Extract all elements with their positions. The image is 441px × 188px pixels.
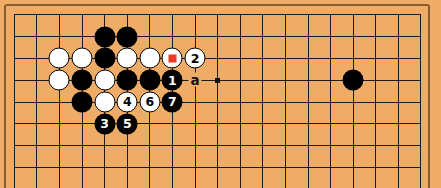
- board-cell: [139, 157, 162, 179]
- board-cell: [116, 178, 139, 188]
- white-stone: 2: [185, 48, 206, 69]
- board-cell: [26, 157, 49, 179]
- board-cell: [93, 48, 116, 70]
- board-cell: [161, 178, 184, 188]
- board-cell: [410, 113, 433, 135]
- board-cell: [48, 157, 71, 179]
- board-cell: [387, 4, 410, 26]
- board-cell: 6: [139, 91, 162, 113]
- board-cell: [410, 178, 433, 188]
- board-cell: [93, 135, 116, 157]
- board-cell: [410, 26, 433, 48]
- board-cell: [319, 91, 342, 113]
- board-cell: [319, 178, 342, 188]
- board-cell: [139, 26, 162, 48]
- board-cell: [365, 69, 388, 91]
- board-cell: [93, 91, 116, 113]
- white-stone: [94, 92, 115, 113]
- board-cell: [139, 135, 162, 157]
- white-stone: [49, 70, 70, 91]
- board-cell: [274, 26, 297, 48]
- board-cell: [274, 178, 297, 188]
- board-cell: [387, 69, 410, 91]
- go-board-grid: 21a46735: [3, 4, 432, 188]
- move-number: 1: [168, 74, 177, 87]
- board-cell: [93, 178, 116, 188]
- board-cell: [26, 4, 49, 26]
- move-number: 5: [123, 118, 132, 131]
- board-cell: [252, 135, 275, 157]
- board-cell: [26, 135, 49, 157]
- board-cell: [252, 113, 275, 135]
- go-diagram: 21a46735: [0, 0, 441, 188]
- black-stone: 5: [117, 113, 138, 134]
- board-cell: [297, 178, 320, 188]
- board-cell: [342, 135, 365, 157]
- board-cell: [3, 69, 26, 91]
- black-stone: [94, 26, 115, 47]
- board-cell: [48, 91, 71, 113]
- black-stone: 7: [162, 92, 183, 113]
- board-cell: [184, 26, 207, 48]
- board-cell: [71, 91, 94, 113]
- board-cell: [297, 48, 320, 70]
- black-stone: [343, 70, 364, 91]
- board-cell: [184, 113, 207, 135]
- board-cell: [48, 113, 71, 135]
- board-cell: [387, 26, 410, 48]
- board-cell: [3, 48, 26, 70]
- board-cell: [93, 69, 116, 91]
- board-cell: [206, 4, 229, 26]
- black-stone: [72, 92, 93, 113]
- board-cell: [274, 135, 297, 157]
- board-cell: [274, 69, 297, 91]
- board-cell: [365, 135, 388, 157]
- board-cell: [48, 69, 71, 91]
- board-cell: [71, 69, 94, 91]
- board-cell: [297, 135, 320, 157]
- board-cell: [365, 4, 388, 26]
- board-cell: [48, 48, 71, 70]
- board-cell: [139, 4, 162, 26]
- board-cell: [161, 113, 184, 135]
- board-cell: [319, 4, 342, 26]
- board-cell: [252, 91, 275, 113]
- board-cell: [410, 91, 433, 113]
- board-cell: [252, 48, 275, 70]
- board-cell: [229, 157, 252, 179]
- board-cell: [26, 178, 49, 188]
- board-cell: [252, 26, 275, 48]
- board-cell: [342, 91, 365, 113]
- board-cell: [116, 69, 139, 91]
- white-stone: [117, 48, 138, 69]
- board-cell: [161, 4, 184, 26]
- black-stone: 1: [162, 70, 183, 91]
- board-cell: [71, 4, 94, 26]
- board-cell: [3, 178, 26, 188]
- board-cell: [161, 157, 184, 179]
- board-cell: [93, 26, 116, 48]
- board-cell: [342, 26, 365, 48]
- board-cell: [26, 48, 49, 70]
- black-stone: [117, 26, 138, 47]
- board-cell: [116, 4, 139, 26]
- board-cell: [3, 4, 26, 26]
- board-cell: [206, 91, 229, 113]
- board-cell: [184, 178, 207, 188]
- board-cell: [116, 135, 139, 157]
- board-cell: [48, 4, 71, 26]
- board-cell: [71, 48, 94, 70]
- board-cell: [252, 69, 275, 91]
- black-stone: [139, 70, 160, 91]
- board-cell: [26, 113, 49, 135]
- black-stone: [117, 70, 138, 91]
- board-cell: [93, 4, 116, 26]
- white-stone: [72, 48, 93, 69]
- board-cell: [71, 135, 94, 157]
- board-cell: [410, 4, 433, 26]
- board-cell: [116, 157, 139, 179]
- board-cell: [297, 157, 320, 179]
- black-stone: [94, 48, 115, 69]
- board-cell: [48, 178, 71, 188]
- board-cell: [184, 157, 207, 179]
- board-cell: [319, 113, 342, 135]
- board-cell: [319, 69, 342, 91]
- board-cell: [410, 157, 433, 179]
- black-stone: 3: [94, 113, 115, 134]
- board-cell: [410, 69, 433, 91]
- black-stone: [72, 70, 93, 91]
- move-number: 7: [168, 96, 177, 109]
- board-cell: [387, 113, 410, 135]
- board-cell: [161, 135, 184, 157]
- board-cell: 5: [116, 113, 139, 135]
- board-cell: [274, 91, 297, 113]
- board-cell: [229, 91, 252, 113]
- board-cell: [342, 157, 365, 179]
- board-cell: [387, 135, 410, 157]
- board-cell: [297, 91, 320, 113]
- red-square-marker: [168, 54, 176, 62]
- board-cell: [206, 135, 229, 157]
- board-cell: [365, 113, 388, 135]
- board-cell: [365, 48, 388, 70]
- board-cell: [93, 157, 116, 179]
- board-cell: [116, 26, 139, 48]
- board-cell: [71, 178, 94, 188]
- board-cell: [116, 48, 139, 70]
- board-cell: [206, 69, 229, 91]
- board-cell: [297, 4, 320, 26]
- board-cell: [3, 157, 26, 179]
- board-cell: [139, 113, 162, 135]
- point-label-a: a: [188, 73, 201, 87]
- board-cell: [3, 26, 26, 48]
- board-cell: [274, 48, 297, 70]
- board-cell: [184, 135, 207, 157]
- white-stone: [139, 48, 160, 69]
- board-cell: [229, 69, 252, 91]
- board-cell: [274, 157, 297, 179]
- board-cell: [365, 91, 388, 113]
- board-cell: [365, 26, 388, 48]
- board-cell: [229, 113, 252, 135]
- board-cell: [342, 48, 365, 70]
- board-cell: [274, 113, 297, 135]
- move-number: 2: [191, 52, 200, 65]
- board-cell: [410, 48, 433, 70]
- board-cell: [161, 26, 184, 48]
- board-cell: [342, 69, 365, 91]
- board-cell: [387, 178, 410, 188]
- board-cell: [342, 113, 365, 135]
- move-number: 4: [123, 96, 132, 109]
- board-cell: [3, 113, 26, 135]
- board-cell: a: [184, 69, 207, 91]
- board-cell: [342, 178, 365, 188]
- board-cell: [297, 69, 320, 91]
- board-cell: [274, 4, 297, 26]
- board-cell: [229, 4, 252, 26]
- board-cell: 1: [161, 69, 184, 91]
- board-cell: [229, 135, 252, 157]
- board-cell: [206, 113, 229, 135]
- board-cell: [319, 157, 342, 179]
- board-cell: [252, 157, 275, 179]
- board-cell: [252, 4, 275, 26]
- board-cell: [319, 26, 342, 48]
- board-cell: [26, 26, 49, 48]
- board-cell: [3, 91, 26, 113]
- board-cell: [48, 135, 71, 157]
- white-stone: [94, 70, 115, 91]
- board-cell: [139, 178, 162, 188]
- board-cell: [3, 135, 26, 157]
- board-cell: [365, 157, 388, 179]
- board-cell: [252, 178, 275, 188]
- star-point-marker: [215, 78, 220, 83]
- board-cell: [206, 26, 229, 48]
- board-cell: [297, 113, 320, 135]
- board-cell: [387, 157, 410, 179]
- white-stone: 6: [139, 92, 160, 113]
- board-cell: [71, 157, 94, 179]
- board-cell: [26, 69, 49, 91]
- board-cell: [184, 4, 207, 26]
- board-cell: [297, 26, 320, 48]
- white-stone: [49, 48, 70, 69]
- board-cell: [410, 135, 433, 157]
- board-cell: [229, 26, 252, 48]
- board-cell: [139, 69, 162, 91]
- board-cell: [387, 48, 410, 70]
- board-cell: [71, 113, 94, 135]
- board-cell: [48, 26, 71, 48]
- board-cell: [206, 48, 229, 70]
- move-number: 3: [100, 118, 109, 131]
- board-cell: [342, 4, 365, 26]
- board-cell: 2: [184, 48, 207, 70]
- board-cell: [319, 48, 342, 70]
- board-cell: 3: [93, 113, 116, 135]
- board-cell: 4: [116, 91, 139, 113]
- white-stone: [162, 48, 183, 69]
- board-cell: [229, 178, 252, 188]
- board-cell: [26, 91, 49, 113]
- board-cell: [229, 48, 252, 70]
- board-cell: [71, 26, 94, 48]
- board-cell: [139, 48, 162, 70]
- board-cell: [206, 157, 229, 179]
- board-cell: [184, 91, 207, 113]
- board-cell: [206, 178, 229, 188]
- board-cell: [387, 91, 410, 113]
- board-cell: [161, 48, 184, 70]
- move-number: 6: [146, 96, 155, 109]
- board-cell: 7: [161, 91, 184, 113]
- board-cell: [365, 178, 388, 188]
- board-cell: [319, 135, 342, 157]
- white-stone: 4: [117, 92, 138, 113]
